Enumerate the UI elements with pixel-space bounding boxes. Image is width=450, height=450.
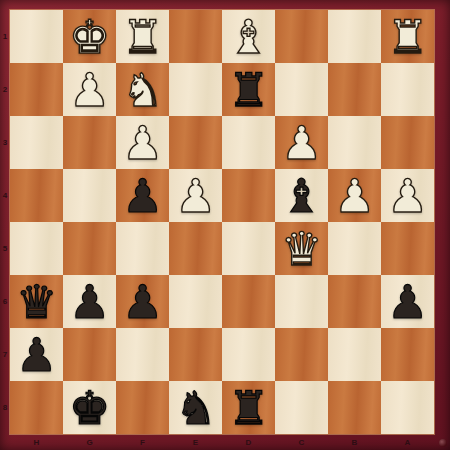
square-c8[interactable]	[275, 381, 328, 434]
piece-white-rook-a1[interactable]: ♜	[387, 14, 428, 60]
square-f4[interactable]: ♟	[116, 169, 169, 222]
square-e7[interactable]	[169, 328, 222, 381]
piece-white-pawn-f3[interactable]: ♟	[122, 120, 163, 166]
square-a3[interactable]	[381, 116, 434, 169]
square-c6[interactable]	[275, 275, 328, 328]
square-g8[interactable]: ♚	[63, 381, 116, 434]
square-a1[interactable]: ♜	[381, 10, 434, 63]
chessboard-frame: ♚♜♝♜♟♞♜♟♟♟♟♝♟♟♛♛♟♟♟♟♚♞♜ 12345678 HGFEDCB…	[0, 0, 450, 450]
square-g2[interactable]: ♟	[63, 63, 116, 116]
square-e8[interactable]: ♞	[169, 381, 222, 434]
file-label-e: E	[169, 434, 222, 450]
square-e2[interactable]	[169, 63, 222, 116]
square-b8[interactable]	[328, 381, 381, 434]
piece-white-knight-f2[interactable]: ♞	[122, 67, 163, 113]
square-c5[interactable]: ♛	[275, 222, 328, 275]
file-label-a: A	[381, 434, 434, 450]
rank-label-7: 7	[0, 328, 10, 381]
file-label-c: C	[275, 434, 328, 450]
square-e4[interactable]: ♟	[169, 169, 222, 222]
piece-white-rook-f1[interactable]: ♜	[122, 14, 163, 60]
piece-white-pawn-g2[interactable]: ♟	[69, 67, 110, 113]
square-g7[interactable]	[63, 328, 116, 381]
piece-black-pawn-g6[interactable]: ♟	[69, 279, 110, 325]
square-f3[interactable]: ♟	[116, 116, 169, 169]
corner-stud	[439, 439, 447, 447]
rank-label-3: 3	[0, 116, 10, 169]
file-label-g: G	[63, 434, 116, 450]
piece-black-pawn-f4[interactable]: ♟	[122, 173, 163, 219]
square-a6[interactable]: ♟	[381, 275, 434, 328]
square-b3[interactable]	[328, 116, 381, 169]
square-d1[interactable]: ♝	[222, 10, 275, 63]
square-d6[interactable]	[222, 275, 275, 328]
square-h4[interactable]	[10, 169, 63, 222]
rank-label-5: 5	[0, 222, 10, 275]
piece-black-queen-h6[interactable]: ♛	[16, 279, 57, 325]
piece-black-pawn-f6[interactable]: ♟	[122, 279, 163, 325]
piece-white-pawn-e4[interactable]: ♟	[175, 173, 216, 219]
piece-white-bishop-d1[interactable]: ♝	[228, 14, 269, 60]
square-b2[interactable]	[328, 63, 381, 116]
file-label-d: D	[222, 434, 275, 450]
piece-black-king-g8[interactable]: ♚	[69, 385, 110, 431]
file-label-b: B	[328, 434, 381, 450]
square-f7[interactable]	[116, 328, 169, 381]
square-g1[interactable]: ♚	[63, 10, 116, 63]
square-h8[interactable]	[10, 381, 63, 434]
square-c2[interactable]	[275, 63, 328, 116]
square-c4[interactable]: ♝	[275, 169, 328, 222]
rank-label-8: 8	[0, 381, 10, 434]
piece-black-rook-d8[interactable]: ♜	[228, 385, 269, 431]
square-d3[interactable]	[222, 116, 275, 169]
square-b5[interactable]	[328, 222, 381, 275]
square-e3[interactable]	[169, 116, 222, 169]
piece-black-rook-d2[interactable]: ♜	[228, 67, 269, 113]
rank-label-4: 4	[0, 169, 10, 222]
piece-black-knight-e8[interactable]: ♞	[175, 385, 216, 431]
piece-white-pawn-b4[interactable]: ♟	[334, 173, 375, 219]
piece-white-queen-c5[interactable]: ♛	[281, 226, 322, 272]
square-c1[interactable]	[275, 10, 328, 63]
square-d4[interactable]	[222, 169, 275, 222]
square-b6[interactable]	[328, 275, 381, 328]
piece-black-bishop-c4[interactable]: ♝	[281, 173, 322, 219]
square-h1[interactable]	[10, 10, 63, 63]
square-f2[interactable]: ♞	[116, 63, 169, 116]
square-g3[interactable]	[63, 116, 116, 169]
square-a2[interactable]	[381, 63, 434, 116]
square-f1[interactable]: ♜	[116, 10, 169, 63]
square-f5[interactable]	[116, 222, 169, 275]
square-a5[interactable]	[381, 222, 434, 275]
square-e6[interactable]	[169, 275, 222, 328]
square-b4[interactable]: ♟	[328, 169, 381, 222]
square-g5[interactable]	[63, 222, 116, 275]
square-b7[interactable]	[328, 328, 381, 381]
file-label-h: H	[10, 434, 63, 450]
file-label-f: F	[116, 434, 169, 450]
chessboard: ♚♜♝♜♟♞♜♟♟♟♟♝♟♟♛♛♟♟♟♟♚♞♜	[10, 10, 434, 434]
square-h6[interactable]: ♛	[10, 275, 63, 328]
square-h7[interactable]: ♟	[10, 328, 63, 381]
square-g4[interactable]	[63, 169, 116, 222]
square-e1[interactable]	[169, 10, 222, 63]
square-g6[interactable]: ♟	[63, 275, 116, 328]
square-d7[interactable]	[222, 328, 275, 381]
square-h5[interactable]	[10, 222, 63, 275]
square-h3[interactable]	[10, 116, 63, 169]
square-e5[interactable]	[169, 222, 222, 275]
piece-white-pawn-c3[interactable]: ♟	[281, 120, 322, 166]
square-h2[interactable]	[10, 63, 63, 116]
square-c3[interactable]: ♟	[275, 116, 328, 169]
piece-black-pawn-a6[interactable]: ♟	[387, 279, 428, 325]
square-c7[interactable]	[275, 328, 328, 381]
piece-white-pawn-a4[interactable]: ♟	[387, 173, 428, 219]
rank-label-2: 2	[0, 63, 10, 116]
piece-black-pawn-h7[interactable]: ♟	[16, 332, 57, 378]
square-f8[interactable]	[116, 381, 169, 434]
piece-white-king-g1[interactable]: ♚	[69, 14, 110, 60]
square-d5[interactable]	[222, 222, 275, 275]
rank-label-1: 1	[0, 10, 10, 63]
rank-label-6: 6	[0, 275, 10, 328]
square-a8[interactable]	[381, 381, 434, 434]
square-a4[interactable]: ♟	[381, 169, 434, 222]
square-b1[interactable]	[328, 10, 381, 63]
square-f6[interactable]: ♟	[116, 275, 169, 328]
square-a7[interactable]	[381, 328, 434, 381]
square-d8[interactable]: ♜	[222, 381, 275, 434]
square-d2[interactable]: ♜	[222, 63, 275, 116]
